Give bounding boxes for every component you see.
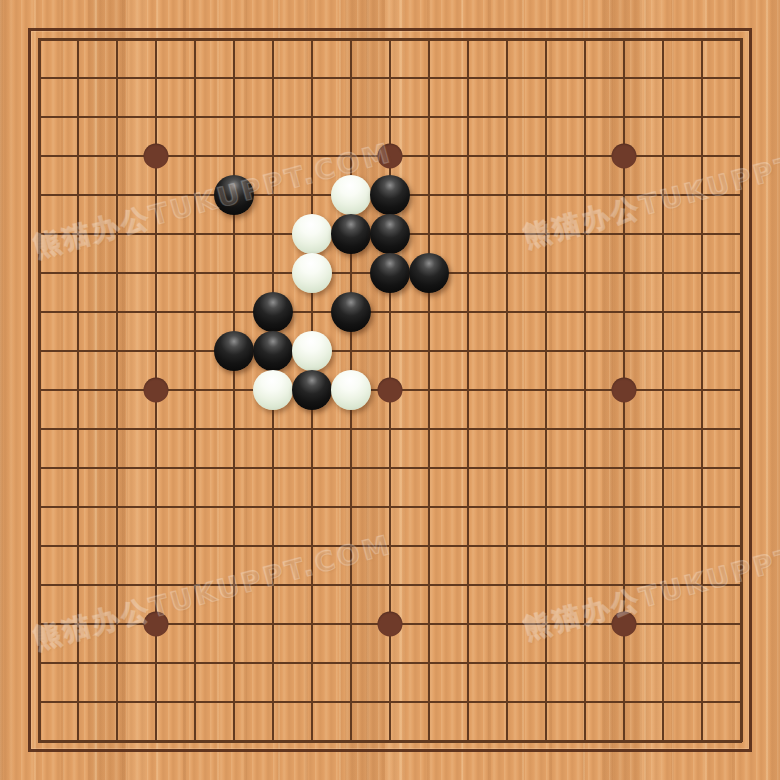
white-stone	[292, 253, 332, 293]
black-stone	[253, 331, 293, 371]
black-stone	[331, 292, 371, 332]
black-stone	[370, 175, 410, 215]
black-stone	[409, 253, 449, 293]
go-board: 熊猫办公TUKUPPT.COM熊猫办公TUKUPPT.COM熊猫办公TUKUPP…	[0, 0, 780, 780]
white-stone	[253, 370, 293, 410]
black-stone	[214, 175, 254, 215]
black-stone	[370, 253, 410, 293]
white-stone	[292, 214, 332, 254]
watermark-layer: 熊猫办公TUKUPPT.COM熊猫办公TUKUPPT.COM熊猫办公TUKUPP…	[0, 0, 780, 780]
white-stone	[292, 331, 332, 371]
white-stone	[331, 370, 371, 410]
black-stone	[331, 214, 371, 254]
watermark-text: 熊猫办公TUKUPPT.COM	[30, 527, 396, 657]
black-stone	[214, 331, 254, 371]
black-stone	[292, 370, 332, 410]
watermark-text: 熊猫办公TUKUPPT.COM	[520, 125, 780, 255]
white-stone	[331, 175, 371, 215]
watermark-text: 熊猫办公TUKUPPT.COM	[520, 517, 780, 647]
black-stone	[370, 214, 410, 254]
black-stone	[253, 292, 293, 332]
